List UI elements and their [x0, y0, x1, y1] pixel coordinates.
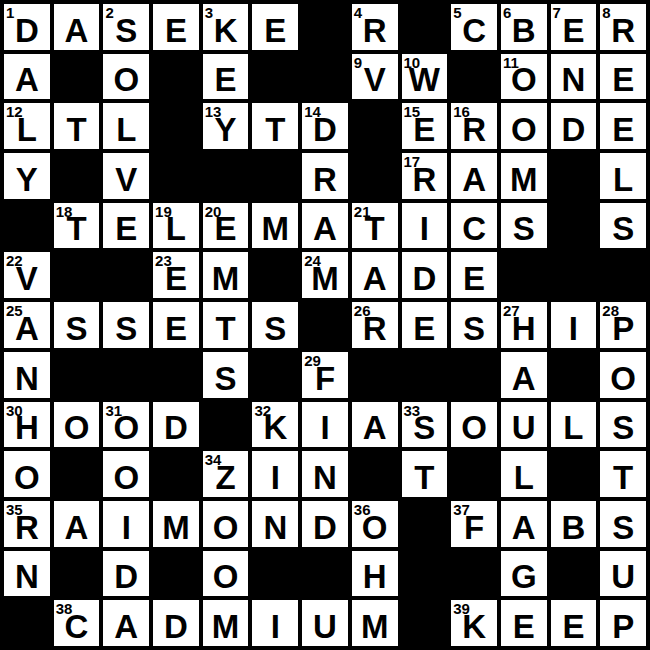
- black-cell-r12c8: [402, 600, 448, 646]
- cell-r5c3[interactable]: 23E: [153, 252, 199, 298]
- clue-number: 25: [6, 302, 23, 319]
- cell-r8c10[interactable]: U: [501, 402, 547, 448]
- clue-number: 26: [354, 302, 371, 319]
- cell-letter: M: [262, 212, 290, 248]
- cell-letter: E: [264, 14, 286, 50]
- cell-r5c0[interactable]: 22V: [4, 252, 50, 298]
- black-cell-r7c2: [103, 352, 149, 398]
- cell-letter: S: [115, 312, 137, 348]
- clue-number: 10: [404, 54, 421, 71]
- cell-r2c6[interactable]: 14D: [302, 103, 348, 149]
- cell-r10c7[interactable]: 36O: [352, 501, 398, 547]
- cell-letter: N: [15, 560, 39, 596]
- cell-r4c6[interactable]: A: [302, 203, 348, 249]
- black-cell-r5c5: [252, 252, 298, 298]
- black-cell-r3c1: [54, 153, 100, 199]
- clue-number: 39: [453, 600, 470, 617]
- clue-number: 29: [304, 352, 321, 369]
- cell-r12c4[interactable]: M: [203, 600, 249, 646]
- cell-letter: V: [364, 63, 386, 99]
- cell-letter: M: [361, 610, 389, 646]
- cell-r9c2[interactable]: O: [103, 451, 149, 497]
- cell-letter: R: [313, 163, 337, 199]
- cell-letter: E: [165, 14, 187, 50]
- cell-letter: I: [271, 610, 280, 646]
- cell-r5c9[interactable]: E: [451, 252, 497, 298]
- cell-r4c5[interactable]: M: [252, 203, 298, 249]
- black-cell-r11c3: [153, 551, 199, 597]
- cell-r8c7[interactable]: A: [352, 402, 398, 448]
- clue-number: 32: [254, 402, 271, 419]
- cell-letter: S: [215, 362, 237, 398]
- cell-letter: O: [511, 113, 537, 149]
- cell-r6c4[interactable]: T: [203, 302, 249, 348]
- cell-r7c0[interactable]: N: [4, 352, 50, 398]
- cell-r4c1[interactable]: 18T: [54, 203, 100, 249]
- cell-letter: T: [613, 461, 633, 497]
- cell-r5c6[interactable]: 24M: [302, 252, 348, 298]
- cell-r12c10[interactable]: E: [501, 600, 547, 646]
- cell-letter: D: [313, 511, 337, 547]
- cell-letter: D: [15, 14, 39, 50]
- cell-letter: D: [164, 411, 188, 447]
- cell-r9c8[interactable]: T: [402, 451, 448, 497]
- cell-r8c6[interactable]: I: [302, 402, 348, 448]
- black-cell-r5c2: [103, 252, 149, 298]
- cell-r1c10[interactable]: 11O: [501, 54, 547, 100]
- cell-r6c0[interactable]: 25A: [4, 302, 50, 348]
- cell-r10c1[interactable]: A: [54, 501, 100, 547]
- cell-r6c3[interactable]: E: [153, 302, 199, 348]
- black-cell-r3c5: [252, 153, 298, 199]
- cell-r10c0[interactable]: 35R: [4, 501, 50, 547]
- cell-r1c4[interactable]: E: [203, 54, 249, 100]
- cell-r9c0[interactable]: O: [4, 451, 50, 497]
- cell-letter: I: [122, 511, 131, 547]
- cell-r11c7[interactable]: H: [352, 551, 398, 597]
- cell-r12c5[interactable]: I: [252, 600, 298, 646]
- cell-letter: I: [320, 411, 329, 447]
- cell-r1c11[interactable]: N: [551, 54, 597, 100]
- cell-r0c5[interactable]: E: [252, 4, 298, 50]
- cell-r4c10[interactable]: S: [501, 203, 547, 249]
- black-cell-r11c9: [451, 551, 497, 597]
- clue-number: 18: [56, 203, 73, 220]
- cell-letter: N: [15, 362, 39, 398]
- clue-number: 22: [6, 252, 23, 269]
- cell-r12c2[interactable]: A: [103, 600, 149, 646]
- cell-letter: O: [14, 461, 40, 497]
- cell-r8c12[interactable]: S: [600, 402, 646, 448]
- clue-number: 38: [56, 600, 73, 617]
- clue-number: 20: [205, 203, 222, 220]
- cell-letter: E: [612, 63, 634, 99]
- cell-letter: I: [569, 312, 578, 348]
- black-cell-r2c7: [352, 103, 398, 149]
- cell-r2c5[interactable]: T: [252, 103, 298, 149]
- cell-letter: I: [420, 212, 429, 248]
- black-cell-r11c11: [551, 551, 597, 597]
- cell-r9c12[interactable]: T: [600, 451, 646, 497]
- cell-r1c2[interactable]: O: [103, 54, 149, 100]
- cell-letter: V: [115, 163, 137, 199]
- cell-letter: O: [610, 362, 636, 398]
- clue-number: 35: [6, 501, 23, 518]
- cell-r2c4[interactable]: 13Y: [203, 103, 249, 149]
- cell-letter: L: [514, 461, 534, 497]
- cell-r0c12[interactable]: 8R: [600, 4, 646, 50]
- cell-letter: A: [114, 610, 138, 646]
- clue-number: 27: [503, 302, 520, 319]
- cell-letter: D: [164, 610, 188, 646]
- cell-letter: H: [363, 560, 387, 596]
- black-cell-r11c5: [252, 551, 298, 597]
- black-cell-r11c8: [402, 551, 448, 597]
- cell-r9c6[interactable]: N: [302, 451, 348, 497]
- cell-r4c12[interactable]: S: [600, 203, 646, 249]
- cell-letter: E: [463, 262, 485, 298]
- cell-r8c0[interactable]: 30H: [4, 402, 50, 448]
- cell-letter: S: [612, 212, 634, 248]
- cell-r2c1[interactable]: T: [54, 103, 100, 149]
- cell-r0c2[interactable]: 2S: [103, 4, 149, 50]
- cell-letter: T: [414, 461, 434, 497]
- cell-r2c11[interactable]: D: [551, 103, 597, 149]
- cell-r6c10[interactable]: 27H: [501, 302, 547, 348]
- cell-letter: N: [263, 511, 287, 547]
- cell-r2c2[interactable]: L: [103, 103, 149, 149]
- cell-r3c2[interactable]: V: [103, 153, 149, 199]
- cell-r12c6[interactable]: U: [302, 600, 348, 646]
- black-cell-r3c7: [352, 153, 398, 199]
- cell-r5c4[interactable]: M: [203, 252, 249, 298]
- cell-r3c0[interactable]: Y: [4, 153, 50, 199]
- cell-letter: M: [510, 163, 538, 199]
- black-cell-r6c6: [302, 302, 348, 348]
- cell-letter: S: [463, 312, 485, 348]
- cell-letter: A: [363, 411, 387, 447]
- cell-letter: S: [612, 511, 634, 547]
- clue-number: 4: [354, 4, 362, 21]
- cell-r7c12[interactable]: O: [600, 352, 646, 398]
- clue-number: 15: [404, 103, 421, 120]
- cell-r3c8[interactable]: 17R: [402, 153, 448, 199]
- cell-r4c2[interactable]: E: [103, 203, 149, 249]
- black-cell-r3c4: [203, 153, 249, 199]
- clue-number: 37: [453, 501, 470, 518]
- cell-letter: L: [116, 113, 136, 149]
- cell-r10c11[interactable]: B: [551, 501, 597, 547]
- cell-r9c10[interactable]: L: [501, 451, 547, 497]
- clue-number: 2: [105, 4, 113, 21]
- cell-r4c3[interactable]: 19L: [153, 203, 199, 249]
- cell-r10c10[interactable]: A: [501, 501, 547, 547]
- black-cell-r9c11: [551, 451, 597, 497]
- cell-r12c1[interactable]: 38C: [54, 600, 100, 646]
- black-cell-r2c3: [153, 103, 199, 149]
- cell-r0c7[interactable]: 4R: [352, 4, 398, 50]
- black-cell-r1c3: [153, 54, 199, 100]
- black-cell-r7c3: [153, 352, 199, 398]
- cell-r6c12[interactable]: 28P: [600, 302, 646, 348]
- cell-r11c2[interactable]: D: [103, 551, 149, 597]
- cell-letter: I: [271, 461, 280, 497]
- cell-letter: C: [462, 212, 486, 248]
- clue-number: 1: [6, 4, 14, 21]
- black-cell-r7c5: [252, 352, 298, 398]
- black-cell-r5c10: [501, 252, 547, 298]
- cell-r6c5[interactable]: S: [252, 302, 298, 348]
- cell-r4c7[interactable]: 21T: [352, 203, 398, 249]
- cell-letter: E: [513, 610, 535, 646]
- black-cell-r9c9: [451, 451, 497, 497]
- cell-letter: S: [264, 312, 286, 348]
- cell-letter: O: [213, 511, 239, 547]
- clue-number: 19: [155, 203, 172, 220]
- cell-r11c12[interactable]: U: [600, 551, 646, 597]
- cell-r8c5[interactable]: 32K: [252, 402, 298, 448]
- cell-letter: E: [115, 212, 137, 248]
- cell-letter: E: [165, 312, 187, 348]
- cell-letter: A: [512, 511, 536, 547]
- cell-r6c1[interactable]: S: [54, 302, 100, 348]
- clue-number: 5: [453, 4, 461, 21]
- cell-r2c12[interactable]: E: [600, 103, 646, 149]
- cell-letter: R: [363, 14, 387, 50]
- black-cell-r9c7: [352, 451, 398, 497]
- cell-letter: E: [413, 312, 435, 348]
- cell-r3c12[interactable]: L: [600, 153, 646, 199]
- cell-r0c10[interactable]: 6B: [501, 4, 547, 50]
- cell-letter: T: [66, 113, 86, 149]
- black-cell-r11c1: [54, 551, 100, 597]
- cell-r0c3[interactable]: E: [153, 4, 199, 50]
- cell-letter: N: [562, 63, 586, 99]
- cell-r8c11[interactable]: L: [551, 402, 597, 448]
- cell-r12c12[interactable]: P: [600, 600, 646, 646]
- cell-r8c9[interactable]: O: [451, 402, 497, 448]
- clue-number: 14: [304, 103, 321, 120]
- cell-letter: D: [114, 560, 138, 596]
- cell-r8c2[interactable]: 31O: [103, 402, 149, 448]
- cell-letter: D: [412, 262, 436, 298]
- cell-r3c9[interactable]: A: [451, 153, 497, 199]
- black-cell-r10c8: [402, 501, 448, 547]
- crossword-grid: 1DA2SE3KE4R5C6B7E8RAOE9V10W11ONE12LTL13Y…: [0, 0, 650, 650]
- cell-r0c4[interactable]: 3K: [203, 4, 249, 50]
- cell-letter: A: [313, 212, 337, 248]
- cell-letter: L: [613, 163, 633, 199]
- cell-letter: S: [66, 312, 88, 348]
- cell-r1c7[interactable]: 9V: [352, 54, 398, 100]
- cell-r12c9[interactable]: 39K: [451, 600, 497, 646]
- black-cell-r1c1: [54, 54, 100, 100]
- cell-r10c4[interactable]: O: [203, 501, 249, 547]
- cell-letter: G: [511, 560, 537, 596]
- cell-r3c10[interactable]: M: [501, 153, 547, 199]
- cell-r1c0[interactable]: A: [4, 54, 50, 100]
- cell-r10c12[interactable]: S: [600, 501, 646, 547]
- cell-letter: O: [213, 560, 239, 596]
- cell-r6c7[interactable]: 26R: [352, 302, 398, 348]
- cell-r8c3[interactable]: D: [153, 402, 199, 448]
- cell-letter: A: [462, 163, 486, 199]
- cell-r0c9[interactable]: 5C: [451, 4, 497, 50]
- black-cell-r7c9: [451, 352, 497, 398]
- cell-r6c11[interactable]: I: [551, 302, 597, 348]
- clue-number: 36: [354, 501, 371, 518]
- black-cell-r7c1: [54, 352, 100, 398]
- cell-letter: B: [562, 511, 586, 547]
- cell-r11c10[interactable]: G: [501, 551, 547, 597]
- cell-r11c4[interactable]: O: [203, 551, 249, 597]
- cell-r2c8[interactable]: 15E: [402, 103, 448, 149]
- cell-letter: A: [65, 14, 89, 50]
- black-cell-r1c5: [252, 54, 298, 100]
- black-cell-r3c11: [551, 153, 597, 199]
- cell-letter: A: [65, 511, 89, 547]
- clue-number: 17: [404, 153, 421, 170]
- clue-number: 21: [354, 203, 371, 220]
- cell-letter: D: [562, 113, 586, 149]
- cell-r0c11[interactable]: 7E: [551, 4, 597, 50]
- clue-number: 33: [404, 402, 421, 419]
- black-cell-r7c11: [551, 352, 597, 398]
- clue-number: 30: [6, 402, 23, 419]
- cell-letter: O: [113, 461, 139, 497]
- cell-r10c2[interactable]: I: [103, 501, 149, 547]
- cell-r3c6[interactable]: R: [302, 153, 348, 199]
- cell-letter: R: [611, 14, 635, 50]
- cell-r10c5[interactable]: N: [252, 501, 298, 547]
- cell-letter: S: [513, 212, 535, 248]
- black-cell-r11c6: [302, 551, 348, 597]
- black-cell-r9c1: [54, 451, 100, 497]
- cell-r6c2[interactable]: S: [103, 302, 149, 348]
- clue-number: 11: [503, 54, 519, 71]
- cell-r5c8[interactable]: D: [402, 252, 448, 298]
- cell-r5c7[interactable]: A: [352, 252, 398, 298]
- cell-letter: E: [215, 63, 237, 99]
- black-cell-r1c6: [302, 54, 348, 100]
- clue-number: 23: [155, 252, 172, 269]
- cell-letter: U: [313, 610, 337, 646]
- cell-r8c8[interactable]: 33S: [402, 402, 448, 448]
- cell-letter: T: [216, 312, 236, 348]
- cell-letter: L: [563, 411, 583, 447]
- cell-letter: N: [313, 461, 337, 497]
- cell-r4c9[interactable]: C: [451, 203, 497, 249]
- clue-number: 7: [553, 4, 561, 21]
- cell-r0c1[interactable]: A: [54, 4, 100, 50]
- black-cell-r7c7: [352, 352, 398, 398]
- black-cell-r9c3: [153, 451, 199, 497]
- cell-r10c3[interactable]: M: [153, 501, 199, 547]
- cell-r1c12[interactable]: E: [600, 54, 646, 100]
- cell-letter: C: [462, 14, 486, 50]
- cell-letter: P: [612, 610, 634, 646]
- cell-letter: S: [115, 14, 137, 50]
- clue-number: 13: [205, 103, 222, 120]
- cell-r4c4[interactable]: 20E: [203, 203, 249, 249]
- cell-letter: O: [64, 411, 90, 447]
- cell-letter: A: [363, 262, 387, 298]
- cell-letter: A: [15, 63, 39, 99]
- cell-letter: B: [512, 14, 536, 50]
- cell-letter: U: [611, 560, 635, 596]
- cell-letter: M: [212, 610, 240, 646]
- cell-letter: Y: [16, 163, 38, 199]
- clue-number: 3: [205, 4, 213, 21]
- clue-number: 6: [503, 4, 511, 21]
- cell-r7c6[interactable]: 29F: [302, 352, 348, 398]
- black-cell-r0c8: [402, 4, 448, 50]
- cell-r2c0[interactable]: 12L: [4, 103, 50, 149]
- black-cell-r0c6: [302, 4, 348, 50]
- clue-number: 34: [205, 451, 222, 468]
- cell-r10c9[interactable]: 37F: [451, 501, 497, 547]
- cell-letter: O: [113, 63, 139, 99]
- cell-r6c8[interactable]: E: [402, 302, 448, 348]
- cell-letter: T: [265, 113, 285, 149]
- cell-r4c8[interactable]: I: [402, 203, 448, 249]
- cell-r7c4[interactable]: S: [203, 352, 249, 398]
- cell-r6c9[interactable]: S: [451, 302, 497, 348]
- clue-number: 8: [602, 4, 610, 21]
- black-cell-r12c0: [4, 600, 50, 646]
- cell-r7c10[interactable]: A: [501, 352, 547, 398]
- cell-letter: O: [461, 411, 487, 447]
- cell-r9c4[interactable]: 34Z: [203, 451, 249, 497]
- cell-r10c6[interactable]: D: [302, 501, 348, 547]
- black-cell-r7c8: [402, 352, 448, 398]
- black-cell-r1c9: [451, 54, 497, 100]
- cell-r8c1[interactable]: O: [54, 402, 100, 448]
- cell-r1c8[interactable]: 10W: [402, 54, 448, 100]
- cell-letter: K: [214, 14, 238, 50]
- cell-letter: E: [562, 610, 584, 646]
- cell-letter: M: [162, 511, 190, 547]
- cell-letter: A: [512, 362, 536, 398]
- black-cell-r5c1: [54, 252, 100, 298]
- black-cell-r5c12: [600, 252, 646, 298]
- black-cell-r4c11: [551, 203, 597, 249]
- cell-r9c5[interactable]: I: [252, 451, 298, 497]
- clue-number: 31: [105, 402, 122, 419]
- clue-number: 24: [304, 252, 321, 269]
- clue-number: 12: [6, 103, 23, 120]
- clue-number: 28: [602, 302, 619, 319]
- cell-letter: U: [512, 411, 536, 447]
- cell-letter: E: [612, 113, 634, 149]
- cell-r12c11[interactable]: E: [551, 600, 597, 646]
- cell-r12c7[interactable]: M: [352, 600, 398, 646]
- black-cell-r4c0: [4, 203, 50, 249]
- cell-r2c10[interactable]: O: [501, 103, 547, 149]
- cell-letter: S: [612, 411, 634, 447]
- clue-number: 16: [453, 103, 470, 120]
- cell-r12c3[interactable]: D: [153, 600, 199, 646]
- black-cell-r3c3: [153, 153, 199, 199]
- cell-r11c0[interactable]: N: [4, 551, 50, 597]
- black-cell-r8c4: [203, 402, 249, 448]
- cell-r0c0[interactable]: 1D: [4, 4, 50, 50]
- cell-r2c9[interactable]: 16R: [451, 103, 497, 149]
- clue-number: 9: [354, 54, 362, 71]
- black-cell-r5c11: [551, 252, 597, 298]
- cell-letter: E: [562, 14, 584, 50]
- cell-letter: M: [212, 262, 240, 298]
